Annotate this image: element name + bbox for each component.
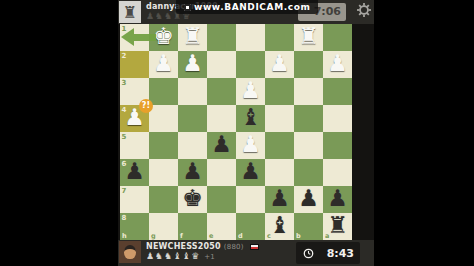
square-c8[interactable]: c♝	[265, 213, 294, 240]
square-g8[interactable]: g	[149, 213, 178, 240]
file-label-g: g	[151, 232, 156, 240]
square-b5[interactable]	[294, 132, 323, 159]
bandicam-logo-icon	[184, 4, 191, 11]
square-a7[interactable]: ♟	[323, 186, 352, 213]
square-a3[interactable]	[323, 78, 352, 105]
square-b2[interactable]	[294, 51, 323, 78]
square-h7[interactable]: 7	[120, 186, 149, 213]
piece-br-a8[interactable]: ♜	[323, 212, 352, 239]
square-g6[interactable]	[149, 159, 178, 186]
square-e2[interactable]	[207, 51, 236, 78]
square-e3[interactable]	[207, 78, 236, 105]
clock-icon	[303, 248, 314, 259]
square-f3[interactable]	[178, 78, 207, 105]
square-c7[interactable]: ♟	[265, 186, 294, 213]
file-label-h: h	[122, 232, 127, 240]
square-d5[interactable]: ♟	[236, 132, 265, 159]
piece-bp-a7[interactable]: ♟	[323, 185, 352, 212]
bottom-player-bar: NEWCHESS2050 (880) ♟♞♞♝♝♛ +1 8:43	[118, 240, 374, 266]
piece-wp-g2[interactable]: ♟	[149, 50, 178, 77]
bottom-player-name: NEWCHESS2050 (880)	[146, 242, 259, 251]
rank-label-8: 8	[122, 214, 127, 222]
gear-icon[interactable]	[357, 3, 371, 17]
bandicam-watermark-text: www.BANDICAM.com	[194, 2, 310, 12]
piece-bp-h6[interactable]: ♟	[120, 158, 149, 185]
square-h8[interactable]: 8h	[120, 213, 149, 240]
file-label-d: d	[238, 232, 243, 240]
avatar-piece-icon: ♜	[123, 3, 137, 22]
square-h6[interactable]: 6♟	[120, 159, 149, 186]
square-g7[interactable]	[149, 186, 178, 213]
square-a6[interactable]	[323, 159, 352, 186]
rank-label-2: 2	[122, 52, 127, 60]
piece-wp-d5[interactable]: ♟	[236, 131, 265, 158]
square-c2[interactable]: ♟	[265, 51, 294, 78]
square-b3[interactable]	[294, 78, 323, 105]
material-advantage: +1	[204, 253, 214, 261]
piece-wp-f2[interactable]: ♟	[178, 50, 207, 77]
bottom-player-captured-pieces: ♟♞♞♝♝♛ +1	[146, 251, 215, 261]
square-a2[interactable]: ♟	[323, 51, 352, 78]
square-f6[interactable]: ♟	[178, 159, 207, 186]
square-a4[interactable]	[323, 105, 352, 132]
square-d4[interactable]: ♝	[236, 105, 265, 132]
square-d6[interactable]: ♟	[236, 159, 265, 186]
square-e8[interactable]: e	[207, 213, 236, 240]
square-g5[interactable]	[149, 132, 178, 159]
piece-bp-d6[interactable]: ♟	[236, 158, 265, 185]
square-e7[interactable]	[207, 186, 236, 213]
piece-bb-c8[interactable]: ♝	[265, 212, 294, 239]
move-annotation-badge: ?!	[139, 99, 153, 113]
bottom-player-clock: 8:43	[296, 242, 360, 264]
square-c6[interactable]	[265, 159, 294, 186]
piece-bp-b7[interactable]: ♟	[294, 185, 323, 212]
piece-bk-f7[interactable]: ♚	[178, 185, 207, 212]
piece-wr-f1[interactable]: ♜	[178, 23, 207, 50]
square-g4[interactable]	[149, 105, 178, 132]
square-d7[interactable]	[236, 186, 265, 213]
square-b1[interactable]: ♜	[294, 24, 323, 51]
bottom-clock-time: 8:43	[327, 247, 354, 260]
piece-bp-f6[interactable]: ♟	[178, 158, 207, 185]
bottom-player-rating: (880)	[224, 243, 244, 251]
screen: ♜ dannyacer1999 (800) ♟♞♞♜♛ 7:06 1♚♜♜2♟♟…	[0, 0, 474, 266]
avatar-photo	[124, 245, 136, 259]
square-b4[interactable]	[294, 105, 323, 132]
bottom-player-avatar[interactable]	[119, 241, 141, 263]
square-c1[interactable]	[265, 24, 294, 51]
square-f4[interactable]	[178, 105, 207, 132]
square-d2[interactable]	[236, 51, 265, 78]
square-d1[interactable]	[236, 24, 265, 51]
square-f1[interactable]: ♜	[178, 24, 207, 51]
square-h5[interactable]: 5	[120, 132, 149, 159]
square-f5[interactable]	[178, 132, 207, 159]
file-label-e: e	[209, 232, 213, 240]
piece-bp-c7[interactable]: ♟	[265, 185, 294, 212]
square-g3[interactable]	[149, 78, 178, 105]
square-d3[interactable]: ♟	[236, 78, 265, 105]
square-e4[interactable]	[207, 105, 236, 132]
chess-app: ♜ dannyacer1999 (800) ♟♞♞♜♛ 7:06 1♚♜♜2♟♟…	[118, 0, 374, 266]
file-label-b: b	[296, 232, 301, 240]
square-h2[interactable]: 2	[120, 51, 149, 78]
chess-board: 1♚♜♜2♟♟♟♟3♟4♟♝5♟♟6♟♟♟7♚♟♟♟8hgfedc♝ba♜	[120, 24, 352, 240]
square-a1[interactable]	[323, 24, 352, 51]
square-d8[interactable]: d	[236, 213, 265, 240]
square-a5[interactable]	[323, 132, 352, 159]
piece-wr-b1[interactable]: ♜	[294, 23, 323, 50]
square-b8[interactable]: b	[294, 213, 323, 240]
square-c3[interactable]	[265, 78, 294, 105]
square-f2[interactable]: ♟	[178, 51, 207, 78]
square-b6[interactable]	[294, 159, 323, 186]
piece-wp-c2[interactable]: ♟	[265, 50, 294, 77]
square-c4[interactable]	[265, 105, 294, 132]
country-flag-icon	[250, 244, 259, 250]
engine-arrow-head	[121, 28, 134, 46]
square-e6[interactable]	[207, 159, 236, 186]
piece-bb-d4[interactable]: ♝	[236, 104, 265, 131]
bandicam-watermark: www.BANDICAM.com	[176, 0, 318, 14]
square-e1[interactable]	[207, 24, 236, 51]
piece-wp-a2[interactable]: ♟	[323, 50, 352, 77]
rank-label-7: 7	[122, 187, 127, 195]
top-player-avatar[interactable]: ♜	[119, 1, 141, 23]
piece-bp-e5[interactable]: ♟	[207, 131, 236, 158]
piece-wp-d3[interactable]: ♟	[236, 77, 265, 104]
square-e5[interactable]: ♟	[207, 132, 236, 159]
engine-arrow	[134, 34, 156, 41]
square-f8[interactable]: f	[178, 213, 207, 240]
square-b7[interactable]: ♟	[294, 186, 323, 213]
rank-label-5: 5	[122, 133, 127, 141]
square-a8[interactable]: a♜	[323, 213, 352, 240]
square-f7[interactable]: ♚	[178, 186, 207, 213]
file-label-f: f	[180, 232, 183, 240]
square-g2[interactable]: ♟	[149, 51, 178, 78]
rank-label-3: 3	[122, 79, 127, 87]
square-c5[interactable]	[265, 132, 294, 159]
